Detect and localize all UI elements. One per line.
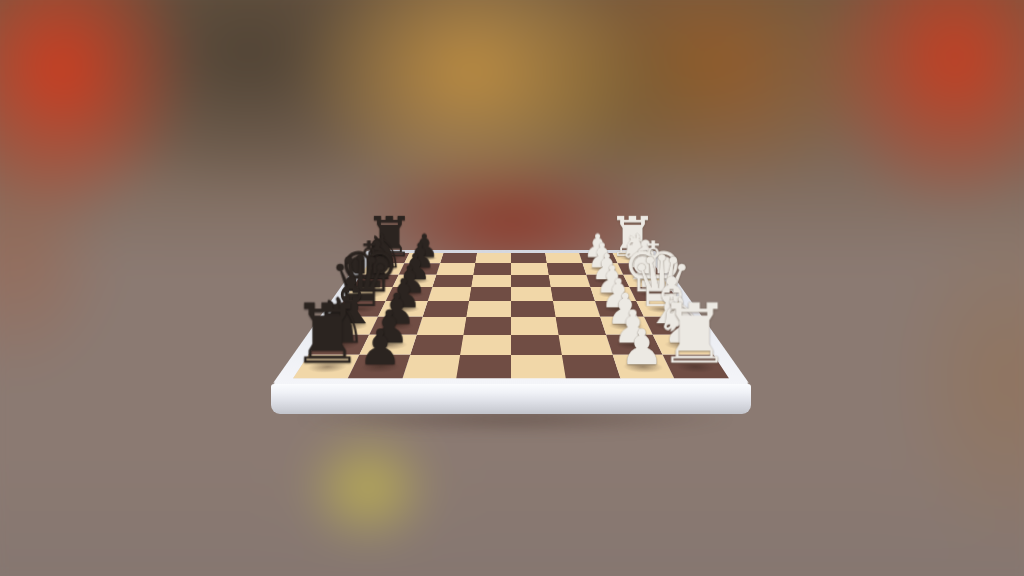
square-e3 bbox=[551, 287, 595, 301]
square-a3 bbox=[562, 355, 620, 378]
square-d4 bbox=[511, 301, 555, 317]
render-canvas: ♜♟♟♜♞♟♟♞♝♟♟♝♚♟♟♚♛♟♟♛♝♟♟♝♞♟♟♞♜♟♟♜ bbox=[0, 0, 1024, 576]
square-f3 bbox=[548, 275, 590, 288]
square-g5 bbox=[474, 263, 511, 274]
square-a4 bbox=[511, 355, 565, 378]
square-e6 bbox=[427, 287, 471, 301]
square-c4 bbox=[511, 317, 558, 335]
white-rook-a1: ♜ bbox=[658, 293, 732, 376]
square-g6 bbox=[436, 263, 475, 274]
square-g4 bbox=[511, 263, 548, 274]
square-f6 bbox=[432, 275, 474, 288]
square-h3 bbox=[545, 253, 582, 263]
square-a1: ♜ bbox=[663, 355, 729, 378]
square-b6 bbox=[410, 335, 464, 355]
black-pawn-a7: ♟ bbox=[358, 323, 402, 372]
square-h5 bbox=[475, 253, 511, 263]
checker-grid: ♜♟♟♜♞♟♟♞♝♟♟♝♚♟♟♚♛♟♟♛♝♟♟♝♞♟♟♞♜♟♟♜ bbox=[293, 253, 729, 378]
square-a5 bbox=[457, 355, 511, 378]
square-f5 bbox=[471, 275, 511, 288]
square-h6 bbox=[440, 253, 477, 263]
square-f4 bbox=[511, 275, 551, 288]
board-base-edge bbox=[271, 384, 751, 414]
square-h4 bbox=[511, 253, 547, 263]
model-viewport[interactable]: ♜♟♟♜♞♟♟♞♝♟♟♝♚♟♟♚♛♟♟♛♝♟♟♝♞♟♟♞♜♟♟♜ bbox=[0, 0, 1024, 576]
chess-board: ♜♟♟♜♞♟♟♞♝♟♟♝♚♟♟♚♛♟♟♛♝♟♟♝♞♟♟♞♜♟♟♜ bbox=[271, 250, 751, 386]
square-c6 bbox=[416, 317, 466, 335]
square-c5 bbox=[464, 317, 511, 335]
square-d3 bbox=[553, 301, 600, 317]
square-b4 bbox=[511, 335, 562, 355]
square-e4 bbox=[511, 287, 553, 301]
square-b5 bbox=[460, 335, 511, 355]
square-a6 bbox=[402, 355, 460, 378]
square-e5 bbox=[469, 287, 511, 301]
square-c3 bbox=[555, 317, 605, 335]
square-g3 bbox=[547, 263, 586, 274]
square-b3 bbox=[558, 335, 612, 355]
square-d5 bbox=[467, 301, 511, 317]
black-rook-a8: ♜ bbox=[290, 293, 364, 376]
square-d6 bbox=[422, 301, 469, 317]
